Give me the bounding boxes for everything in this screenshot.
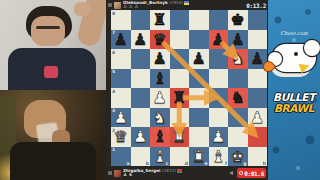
square-h3[interactable]: ♟ [248, 108, 268, 128]
torso [10, 142, 96, 180]
square-f2[interactable]: ♟ [209, 127, 229, 147]
black-king-g8: ♚ [228, 10, 248, 30]
square-g7[interactable]: ♟ [228, 30, 248, 50]
white-pawn-b2: ♟ [131, 127, 151, 147]
file-label: f [225, 161, 227, 166]
square-d1[interactable]: d [170, 147, 190, 167]
clock-top: 0:13.2 [246, 2, 266, 9]
file-label: e [204, 161, 207, 166]
stream-frame: Oleksandr_Bortnyk (2954) ♙ ♙ ♙ 0:13.2 8♜… [0, 0, 320, 180]
square-d5[interactable] [170, 69, 190, 89]
black-rook-c8: ♜ [150, 10, 170, 30]
square-a2[interactable]: ♛2 [111, 127, 131, 147]
webcam-bottom-player [0, 90, 106, 180]
file-label: g [243, 161, 246, 166]
square-c3[interactable]: ♞ [150, 108, 170, 128]
file-label: a [126, 161, 129, 166]
square-e3[interactable] [189, 108, 209, 128]
rank-label: 4 [112, 89, 115, 94]
square-b5[interactable] [131, 69, 151, 89]
square-d4[interactable]: ♜ [170, 88, 190, 108]
black-pawn-g7: ♟ [228, 30, 248, 50]
square-h4[interactable] [248, 88, 268, 108]
square-c6[interactable]: ♟ [150, 49, 170, 69]
webcam-column [0, 0, 106, 180]
square-f8[interactable] [209, 10, 229, 30]
square-e5[interactable] [189, 69, 209, 89]
clock-bottom: 0:01.6 [237, 168, 266, 178]
black-bishop-c2: ♝ [150, 127, 170, 147]
avatar-top[interactable] [114, 2, 121, 9]
square-b6[interactable] [131, 49, 151, 69]
square-c8[interactable]: ♜ [150, 10, 170, 30]
white-rook-d2: ♜ [170, 127, 190, 147]
white-knight-g6: ♞ [228, 49, 248, 69]
square-c5[interactable]: ♝ [150, 69, 170, 89]
timer-icon [239, 171, 243, 175]
square-f7[interactable]: ♟ [209, 30, 229, 50]
file-label: c [166, 161, 169, 166]
square-e7[interactable] [189, 30, 209, 50]
square-b4[interactable] [131, 88, 151, 108]
square-c4[interactable]: ♟ [150, 88, 170, 108]
square-f4[interactable] [209, 88, 229, 108]
square-f6[interactable] [209, 49, 229, 69]
player-bar-top: Oleksandr_Bortnyk (2954) ♙ ♙ ♙ 0:13.2 [106, 0, 268, 10]
face [31, 16, 65, 46]
square-e6[interactable]: ♟ [189, 49, 209, 69]
square-a5[interactable]: 5 [111, 69, 131, 89]
board-grid: 8♜♚♟7♟♛♟♟6♟♟♞♟5♝4♟♜♞♟3♞♟♛2♟♝♜♟1ab♝cd♜e♝f… [111, 10, 267, 166]
white-pawn-f2: ♟ [209, 127, 229, 147]
square-b1[interactable]: b [131, 147, 151, 167]
chess-board: 8♜♚♟7♟♛♟♟6♟♟♞♟5♝4♟♜♞♟3♞♟♛2♟♝♜♟1ab♝cd♜e♝f… [111, 10, 267, 166]
square-b2[interactable]: ♟ [131, 127, 151, 147]
mascot-eye [294, 52, 298, 56]
file-label: b [146, 161, 149, 166]
shirt-graphic [44, 66, 58, 78]
bullet-brawl-panel: Chess.com BULLET BRAWL [268, 0, 320, 180]
black-queen-c7: ♛ [150, 30, 170, 50]
chesscom-script-logo: Chess.com [268, 30, 320, 36]
rank-label: 6 [112, 50, 115, 55]
square-e1[interactable]: ♜e [189, 147, 209, 167]
file-label: h [263, 161, 266, 166]
square-f5[interactable] [209, 69, 229, 89]
rank-label: 2 [112, 128, 115, 133]
square-a6[interactable]: 6 [111, 49, 131, 69]
square-b3[interactable] [131, 108, 151, 128]
square-a3[interactable]: ♟3 [111, 108, 131, 128]
square-h7[interactable] [248, 30, 268, 50]
square-e2[interactable] [189, 127, 209, 147]
white-knight-c3: ♞ [150, 108, 170, 128]
rank-label: 5 [112, 69, 115, 74]
square-e4[interactable] [189, 88, 209, 108]
rank-label: 1 [112, 147, 115, 152]
square-b7[interactable]: ♟ [131, 30, 151, 50]
square-g3[interactable] [228, 108, 248, 128]
square-f1[interactable]: ♝f [209, 147, 229, 167]
file-label: d [185, 161, 188, 166]
square-g4[interactable]: ♞ [228, 88, 248, 108]
square-b8[interactable] [131, 10, 151, 30]
square-e8[interactable] [189, 10, 209, 30]
square-a8[interactable]: 8 [111, 10, 131, 30]
square-d3[interactable] [170, 108, 190, 128]
square-g6[interactable]: ♞ [228, 49, 248, 69]
player-bar-bottom: Zhigalko_Sergei (2872) ♟ ♞ 0:01.6 [106, 166, 268, 180]
captured-pieces-top: ♙ ♙ ♙ [123, 5, 244, 9]
square-c2[interactable]: ♝ [150, 127, 170, 147]
square-c1[interactable]: ♝c [150, 147, 170, 167]
square-g8[interactable]: ♚ [228, 10, 248, 30]
brand-title-brawl: BRAWL [268, 103, 320, 114]
square-a7[interactable]: ♟7 [111, 30, 131, 50]
white-pawn-c4: ♟ [150, 88, 170, 108]
captured-pieces-bottom: ♟ ♞ [123, 173, 227, 177]
black-pawn-f7: ♟ [209, 30, 229, 50]
challenge-icon[interactable] [108, 3, 112, 7]
challenge-icon[interactable] [108, 171, 112, 175]
black-rook-d4: ♜ [170, 88, 190, 108]
bullet-cloud-mascot-icon [272, 44, 316, 72]
square-a1[interactable]: 1a [111, 147, 131, 167]
white-pawn-h3: ♟ [248, 108, 268, 128]
square-d6[interactable] [170, 49, 190, 69]
square-h8[interactable] [248, 10, 268, 30]
square-d7[interactable] [170, 30, 190, 50]
chess-panel: Oleksandr_Bortnyk (2954) ♙ ♙ ♙ 0:13.2 8♜… [106, 0, 268, 180]
square-d8[interactable] [170, 10, 190, 30]
square-c7[interactable]: ♛ [150, 30, 170, 50]
square-f3[interactable] [209, 108, 229, 128]
black-bishop-c5: ♝ [150, 69, 170, 89]
avatar-bottom[interactable] [114, 170, 121, 177]
rank-label: 8 [112, 11, 115, 16]
cloud-bump [304, 40, 320, 56]
black-pawn-e6: ♟ [189, 49, 209, 69]
black-pawn-c6: ♟ [150, 49, 170, 69]
rank-label: 7 [112, 30, 115, 35]
square-h5[interactable] [248, 69, 268, 89]
square-a4[interactable]: 4 [111, 88, 131, 108]
square-h2[interactable] [248, 127, 268, 147]
square-h1[interactable]: h [248, 147, 268, 167]
black-knight-g4: ♞ [228, 88, 248, 108]
rank-label: 3 [112, 108, 115, 113]
speaker-icon[interactable] [229, 171, 233, 175]
square-g1[interactable]: ♚g [228, 147, 248, 167]
hand [74, 2, 90, 16]
webcam-top-streamer [0, 0, 106, 90]
square-g5[interactable] [228, 69, 248, 89]
black-pawn-b7: ♟ [131, 30, 151, 50]
square-g2[interactable] [228, 127, 248, 147]
wing-icon [299, 61, 312, 74]
square-d2[interactable]: ♜ [170, 127, 190, 147]
glasses [36, 26, 60, 29]
